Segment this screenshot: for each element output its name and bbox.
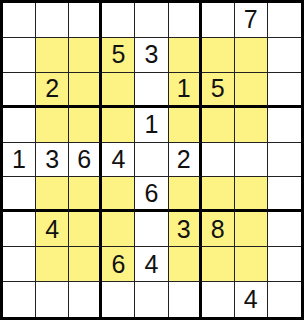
cell-r6c9[interactable]: [268, 177, 301, 212]
cell-r6c3[interactable]: [69, 177, 102, 212]
cell-r1c5[interactable]: [135, 3, 168, 38]
cell-r5c7[interactable]: [202, 143, 235, 178]
cell-r9c8[interactable]: 4: [235, 282, 268, 317]
cell-r2c1[interactable]: [3, 38, 36, 73]
cell-r8c3[interactable]: [69, 247, 102, 282]
cell-r1c9[interactable]: [268, 3, 301, 38]
cell-r8c5[interactable]: 4: [135, 247, 168, 282]
cell-r1c6[interactable]: [169, 3, 202, 38]
cell-r4c4[interactable]: [102, 108, 135, 143]
cell-r2c3[interactable]: [69, 38, 102, 73]
cell-r9c6[interactable]: [169, 282, 202, 317]
cell-r5c1[interactable]: 1: [3, 143, 36, 178]
cell-r1c7[interactable]: [202, 3, 235, 38]
cell-r5c6[interactable]: 2: [169, 143, 202, 178]
cell-r5c2[interactable]: 3: [36, 143, 69, 178]
cell-r6c6[interactable]: [169, 177, 202, 212]
cell-r2c9[interactable]: [268, 38, 301, 73]
cell-r6c5[interactable]: 6: [135, 177, 168, 212]
cell-r1c3[interactable]: [69, 3, 102, 38]
cell-r3c8[interactable]: [235, 73, 268, 108]
cell-r6c7[interactable]: [202, 177, 235, 212]
cell-r2c8[interactable]: [235, 38, 268, 73]
cell-r1c2[interactable]: [36, 3, 69, 38]
cell-r3c2[interactable]: 2: [36, 73, 69, 108]
cell-r5c4[interactable]: 4: [102, 143, 135, 178]
cell-r8c7[interactable]: [202, 247, 235, 282]
cell-r5c3[interactable]: 6: [69, 143, 102, 178]
cell-r6c4[interactable]: [102, 177, 135, 212]
cell-r6c8[interactable]: [235, 177, 268, 212]
cell-r4c7[interactable]: [202, 108, 235, 143]
cell-r7c6[interactable]: 3: [169, 212, 202, 247]
cell-r3c9[interactable]: [268, 73, 301, 108]
cell-r3c5[interactable]: [135, 73, 168, 108]
cell-r9c1[interactable]: [3, 282, 36, 317]
cell-r2c4[interactable]: 5: [102, 38, 135, 73]
cell-r7c7[interactable]: 8: [202, 212, 235, 247]
cell-r4c1[interactable]: [3, 108, 36, 143]
cell-r7c2[interactable]: 4: [36, 212, 69, 247]
cell-r4c2[interactable]: [36, 108, 69, 143]
cell-r4c3[interactable]: [69, 108, 102, 143]
cell-r2c5[interactable]: 3: [135, 38, 168, 73]
cell-r8c2[interactable]: [36, 247, 69, 282]
cell-r5c5[interactable]: [135, 143, 168, 178]
cell-r8c6[interactable]: [169, 247, 202, 282]
cell-r1c1[interactable]: [3, 3, 36, 38]
cell-r4c9[interactable]: [268, 108, 301, 143]
cell-r8c8[interactable]: [235, 247, 268, 282]
cell-r2c6[interactable]: [169, 38, 202, 73]
cell-r7c1[interactable]: [3, 212, 36, 247]
cell-r7c5[interactable]: [135, 212, 168, 247]
sudoku-board: 7532151136426438644: [0, 0, 304, 320]
cell-r3c3[interactable]: [69, 73, 102, 108]
cell-r5c8[interactable]: [235, 143, 268, 178]
cell-r1c4[interactable]: [102, 3, 135, 38]
cell-r1c8[interactable]: 7: [235, 3, 268, 38]
cell-r9c3[interactable]: [69, 282, 102, 317]
cell-r4c8[interactable]: [235, 108, 268, 143]
cell-r3c7[interactable]: 5: [202, 73, 235, 108]
cell-r3c1[interactable]: [3, 73, 36, 108]
cell-r4c5[interactable]: 1: [135, 108, 168, 143]
cell-r7c8[interactable]: [235, 212, 268, 247]
cell-r3c4[interactable]: [102, 73, 135, 108]
cell-r7c3[interactable]: [69, 212, 102, 247]
cell-r7c9[interactable]: [268, 212, 301, 247]
cell-r2c2[interactable]: [36, 38, 69, 73]
cell-r9c2[interactable]: [36, 282, 69, 317]
cell-r6c2[interactable]: [36, 177, 69, 212]
cell-r8c9[interactable]: [268, 247, 301, 282]
cell-r9c5[interactable]: [135, 282, 168, 317]
cell-r4c6[interactable]: [169, 108, 202, 143]
cell-r5c9[interactable]: [268, 143, 301, 178]
cell-r9c7[interactable]: [202, 282, 235, 317]
cell-r7c4[interactable]: [102, 212, 135, 247]
cell-r9c4[interactable]: [102, 282, 135, 317]
cell-r8c1[interactable]: [3, 247, 36, 282]
cell-r2c7[interactable]: [202, 38, 235, 73]
cell-r8c4[interactable]: 6: [102, 247, 135, 282]
cell-r6c1[interactable]: [3, 177, 36, 212]
cell-r9c9[interactable]: [268, 282, 301, 317]
cell-r3c6[interactable]: 1: [169, 73, 202, 108]
